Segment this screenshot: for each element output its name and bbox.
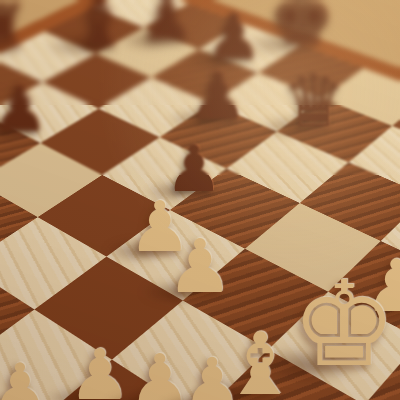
chess-board-frame	[0, 0, 400, 400]
chessboard-photo: ♜♟♝♟♟♚♟♛♟♟♟♟♟♟♟♝♚♟ Overhead angled photo…	[0, 0, 400, 400]
chess-board	[0, 0, 400, 400]
